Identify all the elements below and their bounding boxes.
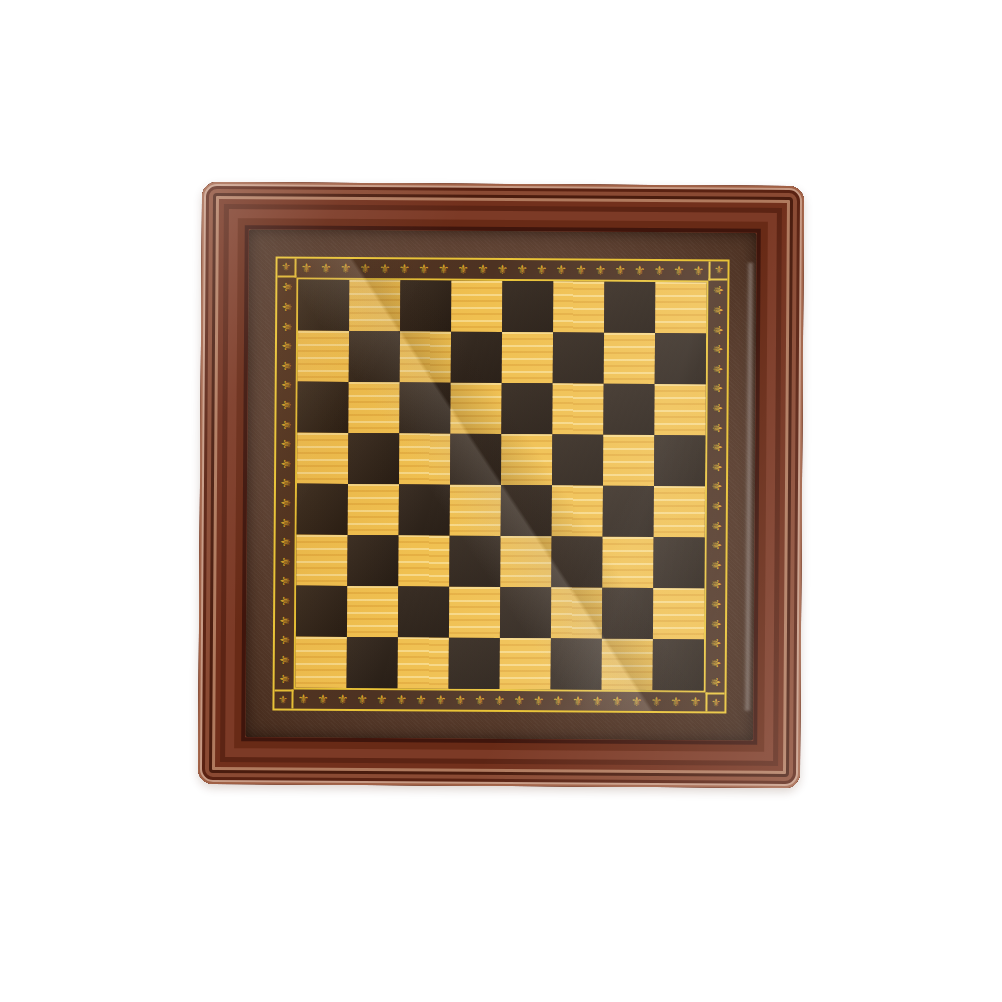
gold-fleur-motif-icon: ⚜ (572, 695, 584, 708)
gold-fleur-motif-icon: ⚜ (279, 458, 292, 470)
gold-fleur-motif-icon: ⚜ (337, 693, 349, 706)
gold-fleur-motif-icon: ⚜ (279, 438, 292, 450)
square-e4[interactable] (501, 485, 552, 536)
square-g4[interactable] (603, 486, 654, 537)
square-e1[interactable] (500, 638, 551, 689)
square-a6[interactable] (297, 382, 348, 433)
square-d3[interactable] (449, 536, 500, 587)
gold-fleur-motif-icon: ⚜ (673, 264, 685, 277)
gold-fleur-motif-icon: ⚜ (709, 657, 722, 669)
square-b6[interactable] (348, 382, 399, 433)
gold-fleur-motif-icon: ⚜ (709, 677, 722, 689)
square-b4[interactable] (348, 484, 399, 535)
gold-fleur-motif-icon: ⚜ (415, 693, 427, 706)
square-g3[interactable] (602, 537, 653, 588)
gold-fleur-motif-icon: ⚜ (555, 263, 567, 276)
gold-fleur-motif-icon: ⚜ (398, 262, 410, 275)
gold-fleur-motif-icon: ⚜ (376, 693, 388, 706)
gold-fleur-motif-icon: ⚜ (340, 262, 352, 275)
border-motif-row-right: ⚜⚜⚜⚜⚜⚜⚜⚜⚜⚜⚜⚜⚜⚜⚜⚜⚜⚜⚜⚜⚜ (706, 280, 728, 692)
gold-fleur-motif-icon: ⚜ (278, 634, 291, 646)
gold-fleur-motif-icon: ⚜ (494, 694, 506, 707)
gold-fleur-motif-icon: ⚜ (710, 520, 723, 532)
gold-fleur-motif-icon: ⚜ (634, 264, 646, 277)
square-e2[interactable] (500, 587, 551, 638)
gold-fleur-motif-icon: ⚜ (552, 694, 564, 707)
frame-mat: ⚜⚜⚜⚜⚜⚜⚜⚜⚜⚜⚜⚜⚜⚜⚜⚜⚜⚜⚜⚜⚜ ⚜⚜⚜⚜⚜⚜⚜⚜⚜⚜⚜⚜⚜⚜⚜⚜⚜⚜… (245, 229, 757, 741)
square-e8[interactable] (502, 281, 553, 332)
square-a1[interactable] (296, 637, 347, 688)
gold-fleur-motif-icon: ⚜ (279, 419, 292, 431)
square-b2[interactable] (347, 586, 398, 637)
gold-fleur-motif-icon: ⚜ (710, 461, 723, 473)
gold-fleur-motif-icon: ⚜ (280, 321, 293, 333)
gold-fleur-motif-icon: ⚜ (710, 422, 723, 434)
glare-streak (743, 263, 754, 710)
gold-fleur-motif-icon: ⚜ (278, 595, 291, 607)
square-a7[interactable] (298, 331, 349, 382)
gold-fleur-motif-icon: ⚜ (711, 284, 724, 296)
square-e5[interactable] (501, 434, 552, 485)
square-f4[interactable] (552, 485, 603, 536)
gold-fleur-motif-icon: ⚜ (497, 263, 509, 276)
gold-fleur-motif-icon: ⚜ (709, 579, 722, 591)
gold-fleur-motif-icon: ⚜ (418, 262, 430, 275)
product-photo: ⚜⚜⚜⚜⚜⚜⚜⚜⚜⚜⚜⚜⚜⚜⚜⚜⚜⚜⚜⚜⚜ ⚜⚜⚜⚜⚜⚜⚜⚜⚜⚜⚜⚜⚜⚜⚜⚜⚜⚜… (0, 0, 1002, 1002)
square-f2[interactable] (551, 587, 602, 638)
gold-fleur-motif-icon: ⚜ (379, 262, 391, 275)
gold-fleur-motif-icon: ⚜ (279, 497, 292, 509)
square-g7[interactable] (604, 333, 655, 384)
square-c2[interactable] (398, 586, 449, 637)
gold-fleur-motif-icon: ⚜ (279, 536, 292, 548)
square-g1[interactable] (602, 639, 653, 690)
square-g6[interactable] (603, 384, 654, 435)
gold-fleur-motif-icon: ⚜ (710, 500, 723, 512)
square-c5[interactable] (399, 433, 450, 484)
gold-fleur-motif-icon: ⚜ (278, 576, 291, 588)
square-a2[interactable] (296, 586, 347, 637)
square-c1[interactable] (398, 637, 449, 688)
border-corner-motif-icon: ⚜ (705, 692, 724, 711)
gold-fleur-motif-icon: ⚜ (710, 539, 723, 551)
chessboard-frame: ⚜⚜⚜⚜⚜⚜⚜⚜⚜⚜⚜⚜⚜⚜⚜⚜⚜⚜⚜⚜⚜ ⚜⚜⚜⚜⚜⚜⚜⚜⚜⚜⚜⚜⚜⚜⚜⚜⚜⚜… (198, 182, 804, 788)
square-h6[interactable] (654, 384, 705, 435)
square-g2[interactable] (602, 588, 653, 639)
gold-fleur-motif-icon: ⚜ (454, 694, 466, 707)
border-corner-motif-icon: ⚜ (274, 689, 293, 708)
square-f3[interactable] (551, 536, 602, 587)
square-a5[interactable] (297, 433, 348, 484)
square-h8[interactable] (655, 282, 706, 333)
square-h7[interactable] (655, 333, 706, 384)
gold-fleur-motif-icon: ⚜ (516, 263, 528, 276)
gold-fleur-motif-icon: ⚜ (278, 615, 291, 627)
gold-fleur-motif-icon: ⚜ (709, 637, 722, 649)
gold-fleur-motif-icon: ⚜ (611, 695, 623, 708)
gold-fleur-motif-icon: ⚜ (670, 695, 682, 708)
square-e3[interactable] (500, 536, 551, 587)
border-corner-motif-icon: ⚜ (277, 258, 296, 277)
square-c7[interactable] (400, 331, 451, 382)
gold-fleur-motif-icon: ⚜ (653, 264, 665, 277)
gold-fleur-motif-icon: ⚜ (693, 264, 705, 277)
gold-fleur-motif-icon: ⚜ (592, 695, 604, 708)
square-b3[interactable] (347, 535, 398, 586)
gold-fleur-motif-icon: ⚜ (709, 559, 722, 571)
gold-fleur-motif-icon: ⚜ (711, 402, 724, 414)
square-e7[interactable] (502, 332, 553, 383)
gold-fleur-motif-icon: ⚜ (278, 654, 291, 666)
square-d5[interactable] (450, 434, 501, 485)
gold-fleur-motif-icon: ⚜ (711, 382, 724, 394)
square-f1[interactable] (551, 638, 602, 689)
square-h2[interactable] (653, 588, 704, 639)
gold-fleur-motif-icon: ⚜ (300, 262, 312, 275)
gold-fleur-motif-icon: ⚜ (457, 263, 469, 276)
square-a3[interactable] (296, 535, 347, 586)
gold-fleur-motif-icon: ⚜ (280, 379, 293, 391)
square-h3[interactable] (653, 537, 704, 588)
border-motif-row-bottom: ⚜⚜⚜⚜⚜⚜⚜⚜⚜⚜⚜⚜⚜⚜⚜⚜⚜⚜⚜⚜⚜ (293, 690, 705, 712)
gold-fleur-motif-icon: ⚜ (595, 264, 607, 277)
square-d7[interactable] (451, 332, 502, 383)
gold-fleur-motif-icon: ⚜ (477, 263, 489, 276)
gold-fleur-motif-icon: ⚜ (279, 478, 292, 490)
gold-fleur-motif-icon: ⚜ (711, 324, 724, 336)
square-f6[interactable] (552, 383, 603, 434)
gold-fleur-motif-icon: ⚜ (474, 694, 486, 707)
square-g5[interactable] (603, 435, 654, 486)
gold-fleur-motif-icon: ⚜ (575, 264, 587, 277)
gold-fleur-motif-icon: ⚜ (280, 399, 293, 411)
gold-fleur-motif-icon: ⚜ (710, 441, 723, 453)
square-d4[interactable] (450, 485, 501, 536)
gold-fleur-motif-icon: ⚜ (513, 694, 525, 707)
square-b8[interactable] (349, 280, 400, 331)
square-c3[interactable] (398, 535, 449, 586)
gold-fleur-motif-icon: ⚜ (356, 693, 368, 706)
gold-fleur-motif-icon: ⚜ (709, 598, 722, 610)
board-grid (296, 280, 707, 691)
gold-fleur-motif-icon: ⚜ (317, 693, 329, 706)
gold-fleur-motif-icon: ⚜ (533, 694, 545, 707)
square-d2[interactable] (449, 587, 500, 638)
square-d8[interactable] (451, 281, 502, 332)
gold-fleur-motif-icon: ⚜ (280, 281, 293, 293)
gold-fleur-motif-icon: ⚜ (280, 301, 293, 313)
board-inner-frame (294, 278, 709, 693)
border-corner-motif-icon: ⚜ (708, 261, 727, 280)
gold-fleur-motif-icon: ⚜ (278, 674, 291, 686)
square-b7[interactable] (349, 331, 400, 382)
square-c4[interactable] (399, 484, 450, 535)
gold-decorative-border: ⚜⚜⚜⚜⚜⚜⚜⚜⚜⚜⚜⚜⚜⚜⚜⚜⚜⚜⚜⚜⚜ ⚜⚜⚜⚜⚜⚜⚜⚜⚜⚜⚜⚜⚜⚜⚜⚜⚜⚜… (272, 256, 729, 713)
gold-fleur-motif-icon: ⚜ (320, 262, 332, 275)
square-f5[interactable] (552, 434, 603, 485)
gold-fleur-motif-icon: ⚜ (711, 343, 724, 355)
gold-fleur-motif-icon: ⚜ (711, 363, 724, 375)
square-c6[interactable] (399, 382, 450, 433)
gold-fleur-motif-icon: ⚜ (280, 360, 293, 372)
gold-fleur-motif-icon: ⚜ (359, 262, 371, 275)
gold-fleur-motif-icon: ⚜ (690, 695, 702, 708)
square-e6[interactable] (501, 383, 552, 434)
square-b5[interactable] (348, 433, 399, 484)
square-d1[interactable] (449, 638, 500, 689)
square-d6[interactable] (450, 383, 501, 434)
gold-fleur-motif-icon: ⚜ (279, 517, 292, 529)
square-a4[interactable] (297, 484, 348, 535)
gold-fleur-motif-icon: ⚜ (435, 694, 447, 707)
gold-fleur-motif-icon: ⚜ (631, 695, 643, 708)
square-f8[interactable] (553, 281, 604, 332)
square-g8[interactable] (604, 282, 655, 333)
gold-fleur-motif-icon: ⚜ (438, 263, 450, 276)
square-a8[interactable] (298, 280, 349, 331)
gold-fleur-motif-icon: ⚜ (395, 693, 407, 706)
square-h4[interactable] (654, 486, 705, 537)
gold-fleur-motif-icon: ⚜ (709, 618, 722, 630)
gold-fleur-motif-icon: ⚜ (650, 695, 662, 708)
gold-fleur-motif-icon: ⚜ (614, 264, 626, 277)
square-b1[interactable] (347, 637, 398, 688)
gold-fleur-motif-icon: ⚜ (536, 263, 548, 276)
gold-fleur-motif-icon: ⚜ (711, 304, 724, 316)
square-c8[interactable] (400, 280, 451, 331)
gold-fleur-motif-icon: ⚜ (710, 481, 723, 493)
square-h1[interactable] (653, 639, 704, 690)
square-h5[interactable] (654, 435, 705, 486)
square-f7[interactable] (553, 332, 604, 383)
gold-fleur-motif-icon: ⚜ (280, 340, 293, 352)
gold-fleur-motif-icon: ⚜ (278, 556, 291, 568)
gold-fleur-motif-icon: ⚜ (297, 693, 309, 706)
